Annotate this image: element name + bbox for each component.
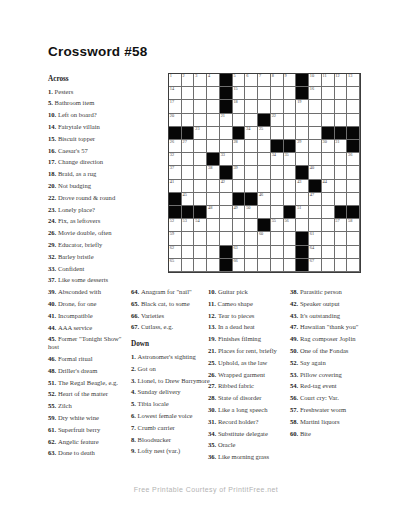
down-list-3: 38. Parasitic person42. Speaker output43…	[290, 288, 380, 437]
grid-cell[interactable]: 23	[194, 127, 207, 140]
grid-cell[interactable]: 46	[258, 193, 271, 206]
grid-cell[interactable]: 58	[347, 219, 360, 232]
clue-number: 21.	[208, 347, 218, 354]
grid-cell[interactable]	[207, 140, 220, 153]
cell-number: 31	[335, 140, 339, 145]
clue-item-44: 44. AAA service	[48, 324, 132, 332]
grid-cell[interactable]: 54	[194, 219, 207, 232]
clue-item-27: 27. Ribbed fabric	[208, 382, 290, 390]
grid-cell[interactable]	[322, 193, 335, 206]
grid-cell[interactable]	[245, 232, 258, 245]
grid-cell[interactable]	[284, 114, 297, 127]
clue-number: 18.	[48, 170, 58, 177]
grid-cell[interactable]: 65	[169, 259, 182, 272]
clue-item-32: 32. Barley bristle	[48, 253, 132, 261]
grid-cell[interactable]	[182, 114, 195, 127]
clue-number: 15.	[48, 135, 58, 142]
clues-column-4: 38. Parasitic person42. Speaker output43…	[290, 288, 380, 441]
clue-item-47: 47. Hawaiian "thank you"	[290, 323, 380, 331]
clue-number: 51.	[48, 379, 58, 386]
down-list-2: 10. Guitar pick11. Cameo shape12. Tear t…	[208, 288, 290, 461]
grid-cell[interactable]: 42	[220, 180, 233, 193]
cell-number: 22	[272, 114, 276, 119]
grid-cell[interactable]: 67	[309, 259, 322, 272]
grid-cell[interactable]	[258, 246, 271, 259]
grid-cell[interactable]: 12	[335, 74, 348, 87]
grid-cell[interactable]: 50	[245, 206, 258, 219]
grid-cell[interactable]	[322, 114, 335, 127]
grid-cell[interactable]	[207, 114, 220, 127]
grid-cell[interactable]: 6	[245, 74, 258, 87]
cell-number: 20	[170, 114, 174, 119]
grid-cell[interactable]	[284, 232, 297, 245]
grid-cell[interactable]	[335, 166, 348, 179]
grid-cell[interactable]	[245, 246, 258, 259]
grid-cell[interactable]	[284, 246, 297, 259]
grid-cell[interactable]	[309, 114, 322, 127]
grid-cell[interactable]	[245, 100, 258, 113]
clue-item-14: 14. Fairytale villain	[48, 123, 132, 131]
clue-number: 37.	[48, 276, 58, 283]
grid-cell[interactable]	[322, 166, 335, 179]
cell-number: 47	[310, 193, 314, 198]
grid-cell[interactable]	[207, 219, 220, 232]
grid-cell[interactable]	[258, 100, 271, 113]
grid-cell[interactable]	[296, 219, 309, 232]
grid-cell[interactable]	[233, 114, 246, 127]
cell-number: 33	[221, 153, 225, 158]
grid-cell[interactable]	[284, 127, 297, 140]
grid-cell[interactable]: 27	[182, 140, 195, 153]
grid-cell-black	[220, 259, 233, 272]
grid-cell[interactable]	[207, 180, 220, 193]
grid-cell[interactable]	[220, 127, 233, 140]
grid-cell[interactable]	[194, 114, 207, 127]
grid-cell[interactable]	[347, 114, 360, 127]
clue-item-24: 24. Fix, as leftovers	[48, 217, 132, 225]
grid-cell[interactable]	[194, 87, 207, 100]
cell-number: 21	[221, 114, 225, 119]
cell-number: 54	[195, 219, 199, 224]
grid-cell[interactable]	[207, 87, 220, 100]
clue-number: 1.	[48, 88, 55, 95]
clue-item-46: 46. Formal ritual	[48, 355, 132, 363]
clue-item-54: 54. Red-tag event	[290, 382, 380, 390]
clue-item-11: 11. Cameo shape	[208, 300, 290, 308]
cell-number: 53	[183, 219, 187, 224]
grid-cell[interactable]	[220, 232, 233, 245]
grid-cell[interactable]	[194, 140, 207, 153]
grid-cell[interactable]: 39	[233, 166, 246, 179]
crossword-page: Crossword #58 12345678910111213141516171…	[0, 0, 412, 530]
grid-cell[interactable]	[335, 193, 348, 206]
grid-cell[interactable]	[347, 259, 360, 272]
grid-cell[interactable]	[182, 87, 195, 100]
clue-item-34: 34. Substitute delegate	[208, 430, 290, 438]
grid-cell[interactable]: 20	[169, 114, 182, 127]
grid-cell[interactable]	[207, 100, 220, 113]
grid-cell[interactable]: 4	[207, 74, 220, 87]
grid-cell[interactable]: 40	[309, 166, 322, 179]
grid-cell[interactable]: 59	[169, 232, 182, 245]
grid-cell[interactable]	[245, 180, 258, 193]
grid-cell[interactable]: 56	[284, 219, 297, 232]
grid-cell[interactable]	[182, 259, 195, 272]
grid-cell-black	[182, 127, 195, 140]
clue-number: 5.	[48, 99, 55, 106]
grid-cell[interactable]	[296, 127, 309, 140]
clue-number: 36.	[208, 453, 218, 460]
grid-cell[interactable]: 7	[258, 74, 271, 87]
grid-cell[interactable]	[220, 206, 233, 219]
grid-cell[interactable]	[322, 219, 335, 232]
grid-cell[interactable]: 9	[284, 74, 297, 87]
grid-cell[interactable]	[309, 100, 322, 113]
grid-cell[interactable]	[347, 87, 360, 100]
grid-cell[interactable]	[258, 180, 271, 193]
grid-cell[interactable]: 63	[233, 246, 246, 259]
grid-cell[interactable]	[284, 259, 297, 272]
clue-item-10: 10. Left on board?	[48, 111, 132, 119]
clue-item-57: 57. Freshwater worm	[290, 406, 380, 414]
clue-item-50: 50. One of the Fondas	[290, 347, 380, 355]
grid-cell-black	[258, 114, 271, 127]
grid-cell[interactable]: 25	[258, 127, 271, 140]
grid-cell[interactable]	[220, 193, 233, 206]
cell-number: 40	[310, 166, 314, 171]
cell-number: 39	[233, 166, 237, 171]
grid-cell[interactable]	[335, 232, 348, 245]
grid-cell[interactable]	[207, 232, 220, 245]
grid-cell[interactable]	[194, 259, 207, 272]
grid-cell[interactable]	[347, 100, 360, 113]
cell-number: 17	[170, 100, 174, 105]
grid-cell[interactable]: 8	[271, 74, 284, 87]
cell-number: 10	[310, 74, 314, 79]
grid-cell[interactable]	[182, 180, 195, 193]
grid-cell[interactable]	[233, 219, 246, 232]
grid-cell[interactable]: 41	[169, 180, 182, 193]
down-list-1: 1. Astronomer's sighting2. Got on3. Lion…	[131, 353, 210, 455]
grid-cell[interactable]	[258, 166, 271, 179]
grid-cell[interactable]	[194, 100, 207, 113]
grid-cell[interactable]: 13	[347, 74, 360, 87]
grid-cell[interactable]	[322, 259, 335, 272]
clue-number: 26.	[208, 371, 218, 378]
grid-cell[interactable]: 31	[335, 140, 348, 153]
grid-cell[interactable]	[245, 259, 258, 272]
grid-cell[interactable]	[258, 206, 271, 219]
grid-cell[interactable]	[207, 246, 220, 259]
cell-number: 48	[208, 206, 212, 211]
grid-cell[interactable]: 55	[271, 219, 284, 232]
cell-number: 32	[170, 153, 174, 158]
clue-number: 2.	[131, 365, 138, 372]
clue-item-26: 26. Wrapped garment	[208, 371, 290, 379]
grid-cell[interactable]	[194, 193, 207, 206]
grid-cell[interactable]	[245, 219, 258, 232]
grid-cell[interactable]	[245, 140, 258, 153]
grid-cell[interactable]	[245, 166, 258, 179]
grid-cell[interactable]	[322, 246, 335, 259]
grid-cell[interactable]: 35	[284, 153, 297, 166]
clue-number: 42.	[290, 300, 300, 307]
grid-cell[interactable]	[284, 193, 297, 206]
clue-number: 39.	[48, 288, 58, 295]
grid-cell[interactable]	[271, 232, 284, 245]
grid-cell[interactable]	[258, 140, 271, 153]
grid-cell[interactable]	[258, 259, 271, 272]
grid-cell[interactable]	[296, 153, 309, 166]
grid-cell[interactable]: 37	[169, 166, 182, 179]
clue-number: 4.	[131, 388, 138, 395]
cell-number: 9	[284, 74, 286, 79]
grid-cell[interactable]	[271, 127, 284, 140]
grid-cell[interactable]: 16	[309, 87, 322, 100]
clue-item-41: 41. Incompatible	[48, 312, 132, 320]
grid-cell[interactable]	[245, 153, 258, 166]
cell-number: 67	[310, 259, 314, 264]
clue-item-3: 3. Lionel, to Drew Barrymore	[131, 377, 210, 385]
cell-number: 62	[170, 246, 174, 251]
grid-cell[interactable]: 18	[233, 100, 246, 113]
grid-cell[interactable]	[271, 193, 284, 206]
grid-cell[interactable]	[335, 114, 348, 127]
grid-cell[interactable]	[245, 87, 258, 100]
grid-cell[interactable]	[233, 180, 246, 193]
clue-item-18: 18. Braid, as a rug	[48, 170, 132, 178]
clue-number: 22.	[48, 194, 58, 201]
grid-cell[interactable]	[309, 127, 322, 140]
grid-cell[interactable]	[322, 100, 335, 113]
grid-cell[interactable]: 66	[233, 259, 246, 272]
clue-item-63: 63. Done to death	[48, 449, 132, 457]
grid-cell[interactable]	[207, 193, 220, 206]
grid-cell[interactable]: 28	[233, 140, 246, 153]
grid-cell[interactable]: 44	[322, 180, 335, 193]
clue-number: 13.	[208, 323, 218, 330]
grid-cell[interactable]	[296, 114, 309, 127]
grid-cell[interactable]	[335, 246, 348, 259]
clue-number: 12.	[208, 312, 218, 319]
grid-cell-black	[233, 193, 246, 206]
clue-number: 67.	[131, 323, 141, 330]
grid-cell[interactable]: 17	[169, 100, 182, 113]
grid-cell[interactable]	[296, 193, 309, 206]
grid-cell[interactable]: 34	[271, 153, 284, 166]
cell-number: 43	[297, 180, 301, 185]
grid-cell[interactable]	[322, 87, 335, 100]
grid-cell[interactable]: 57	[335, 219, 348, 232]
grid-cell[interactable]: 53	[182, 219, 195, 232]
clue-item-15: 15. Biscuit topper	[48, 135, 132, 143]
grid-cell[interactable]	[271, 100, 284, 113]
grid-cell[interactable]: 45	[182, 193, 195, 206]
cell-number: 64	[310, 246, 314, 251]
grid-cell[interactable]	[194, 246, 207, 259]
clue-item-1: 1. Astronomer's sighting	[131, 353, 210, 361]
clue-item-40: 40. Drone, for one	[48, 300, 132, 308]
grid-cell[interactable]	[194, 232, 207, 245]
grid-cell[interactable]: 61	[309, 232, 322, 245]
grid-cell[interactable]: 62	[169, 246, 182, 259]
cell-number: 12	[335, 74, 339, 79]
across-list-2: 64. Anagram for "nail"65. Black cat, to …	[131, 288, 210, 331]
grid-cell[interactable]	[322, 153, 335, 166]
grid-cell[interactable]: 24	[245, 127, 258, 140]
clue-item-26: 26. Movie double, often	[48, 229, 132, 237]
grid-cell[interactable]	[284, 100, 297, 113]
grid-cell[interactable]	[284, 87, 297, 100]
clue-number: 59.	[48, 414, 58, 421]
cell-number: 29	[297, 140, 301, 145]
cell-number: 65	[170, 259, 174, 264]
cell-number: 24	[246, 127, 250, 132]
grid-cell[interactable]	[347, 180, 360, 193]
clue-number: 6.	[131, 412, 138, 419]
grid-cell-black	[335, 127, 348, 140]
grid-cell[interactable]	[284, 166, 297, 179]
grid-cell[interactable]	[284, 180, 297, 193]
clue-number: 32.	[48, 253, 58, 260]
grid-cell[interactable]	[182, 232, 195, 245]
clue-item-66: 66. Varieties	[131, 312, 210, 320]
grid-cell[interactable]: 51	[296, 206, 309, 219]
grid-cell[interactable]	[220, 219, 233, 232]
grid-cell[interactable]: 33	[220, 153, 233, 166]
grid-cell-black	[220, 246, 233, 259]
grid-cell[interactable]	[207, 127, 220, 140]
grid-cell[interactable]	[347, 193, 360, 206]
grid-cell[interactable]	[182, 153, 195, 166]
clue-item-10: 10. Guitar pick	[208, 288, 290, 296]
page-title: Crossword #58	[48, 44, 147, 59]
clue-number: 61.	[48, 426, 58, 433]
grid-cell[interactable]: 3	[194, 74, 207, 87]
grid-cell[interactable]: 60	[258, 232, 271, 245]
grid-cell[interactable]	[182, 100, 195, 113]
grid-cell[interactable]	[271, 87, 284, 100]
grid-cell[interactable]	[347, 232, 360, 245]
grid-cell[interactable]	[182, 246, 195, 259]
cell-number: 60	[259, 232, 263, 237]
clue-number: 10.	[208, 288, 218, 295]
grid-cell[interactable]: 21	[220, 114, 233, 127]
grid-cell[interactable]: 49	[233, 206, 246, 219]
grid-cell[interactable]	[335, 100, 348, 113]
grid-cell[interactable]	[233, 232, 246, 245]
clue-number: 54.	[290, 382, 300, 389]
clue-number: 25.	[208, 359, 218, 366]
grid-cell-black	[220, 74, 233, 87]
grid-cell[interactable]	[335, 180, 348, 193]
grid-cell[interactable]	[271, 180, 284, 193]
grid-cell[interactable]	[245, 114, 258, 127]
grid-cell[interactable]	[322, 232, 335, 245]
cell-number: 3	[195, 74, 197, 79]
grid-cell[interactable]: 19	[296, 100, 309, 113]
cell-number: 38	[208, 166, 212, 171]
clue-number: 45.	[48, 335, 58, 342]
clue-item-45: 45. Former "Tonight Show" host	[48, 335, 132, 351]
clue-item-1: 1. Pesters	[48, 88, 132, 96]
clue-item-25: 25. Uphold, as the law	[208, 359, 290, 367]
grid-cell[interactable]: 43	[296, 180, 309, 193]
cell-number: 13	[348, 74, 352, 79]
grid-cell[interactable]	[271, 259, 284, 272]
clue-number: 7.	[131, 424, 138, 431]
clue-item-6: 6. Lowest female voice	[131, 412, 210, 420]
clue-item-12: 12. Tear to pieces	[208, 312, 290, 320]
grid-cell[interactable]: 36	[347, 153, 360, 166]
clue-number: 30.	[208, 406, 218, 413]
clue-item-42: 42. Speaker output	[290, 300, 380, 308]
grid-cell[interactable]	[207, 259, 220, 272]
clue-number: 60.	[290, 430, 300, 437]
grid-cell[interactable]: 30	[322, 140, 335, 153]
clue-item-33: 33. Confident	[48, 265, 132, 273]
cell-number: 41	[170, 180, 174, 185]
grid-cell[interactable]: 38	[207, 166, 220, 179]
clue-number: 11.	[208, 300, 218, 307]
grid-cell[interactable]	[309, 206, 322, 219]
grid-cell[interactable]	[194, 153, 207, 166]
cell-number: 2	[183, 74, 185, 79]
cell-number: 49	[233, 206, 237, 211]
grid-cell[interactable]	[335, 87, 348, 100]
grid-cell-black	[296, 232, 309, 245]
grid-cell[interactable]: 29	[296, 140, 309, 153]
grid-cell[interactable]	[258, 153, 271, 166]
grid-cell[interactable]	[322, 206, 335, 219]
grid-cell[interactable]	[309, 140, 322, 153]
cell-number: 56	[284, 219, 288, 224]
grid-cell[interactable]	[347, 246, 360, 259]
grid-cell-black	[233, 127, 246, 140]
grid-cell[interactable]	[258, 87, 271, 100]
cell-number: 7	[259, 74, 261, 79]
grid-cell[interactable]: 48	[207, 206, 220, 219]
grid-cell[interactable]: 22	[271, 114, 284, 127]
across-list-1: 1. Pesters5. Bathroom item10. Left on bo…	[48, 88, 132, 458]
grid-cell[interactable]	[182, 166, 195, 179]
grid-cell[interactable]: 2	[182, 74, 195, 87]
clue-number: 1.	[131, 353, 138, 360]
grid-cell[interactable]	[335, 153, 348, 166]
cell-number: 58	[348, 219, 352, 224]
clue-item-59: 59. Dry white wine	[48, 414, 132, 422]
clue-item-60: 60. Bite	[290, 430, 380, 438]
grid-cell-black	[220, 100, 233, 113]
grid-cell[interactable]	[335, 259, 348, 272]
grid-cell[interactable]	[194, 180, 207, 193]
grid-cell[interactable]: 64	[309, 246, 322, 259]
clue-number: 28.	[208, 394, 218, 401]
clue-number: 14.	[48, 123, 58, 130]
grid-cell[interactable]	[347, 166, 360, 179]
down-heading: Down	[131, 340, 210, 349]
clue-item-61: 61. Superfruit berry	[48, 426, 132, 434]
clue-item-51: 51. The Regal Beagle, e.g.	[48, 379, 132, 387]
grid-cell[interactable]: 11	[322, 74, 335, 87]
grid-cell[interactable]	[194, 166, 207, 179]
cell-number: 52	[170, 219, 174, 224]
grid-cell[interactable]: 47	[309, 193, 322, 206]
cell-number: 1	[170, 74, 172, 79]
clue-number: 66.	[131, 312, 141, 319]
grid-cell[interactable]	[271, 166, 284, 179]
grid-cell[interactable]	[271, 246, 284, 259]
